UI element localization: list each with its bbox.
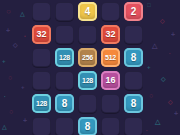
decor-square-icon: □ <box>147 2 151 8</box>
empty-cell-r1c4[interactable] <box>101 2 120 21</box>
decor-plus-icon: + <box>147 64 151 70</box>
tile-16-r4c4[interactable]: 16 <box>101 71 120 90</box>
empty-cell-r6c5[interactable] <box>124 117 143 135</box>
decor-ring-icon: ○ <box>9 108 13 115</box>
empty-cell-r5c3[interactable] <box>78 94 97 113</box>
tile-value: 8 <box>131 53 137 63</box>
decor-plus-icon: + <box>6 27 10 34</box>
empty-cell-r6c2[interactable] <box>55 117 74 135</box>
decor-triangle-icon: △ <box>20 11 25 17</box>
tile-256-r3c3[interactable]: 256 <box>78 48 97 67</box>
tile-128-r5c1[interactable]: 128 <box>32 94 51 113</box>
tile-8-r6c3[interactable]: 8 <box>78 117 97 135</box>
tile-value: 512 <box>105 54 116 61</box>
decor-dot-icon: • <box>169 52 170 56</box>
decor-plus-icon: + <box>174 110 178 117</box>
decor-triangle-icon: △ <box>155 118 160 125</box>
decor-diamond-icon: ◇ <box>161 76 166 82</box>
decor-dot-icon: • <box>24 34 26 39</box>
tile-value: 2 <box>131 7 137 17</box>
decor-triangle-icon: △ <box>152 42 157 49</box>
decor-diamond-icon: ◇ <box>168 99 173 105</box>
empty-cell-r6c4[interactable] <box>101 117 120 135</box>
decor-dot-icon: • <box>146 129 147 133</box>
tile-8-r5c5[interactable]: 8 <box>124 94 143 113</box>
empty-cell-r5c4[interactable] <box>101 94 120 113</box>
tile-value: 32 <box>36 30 46 39</box>
tile-value: 32 <box>105 30 115 39</box>
game-screen: ○△+•◇+○+•○+△□◇+△•+◇○◇+△• 423232128256512… <box>0 0 180 135</box>
tile-32-r2c4[interactable]: 32 <box>101 25 120 44</box>
decor-dot-icon: • <box>4 95 5 99</box>
tile-128-r3c2[interactable]: 128 <box>55 48 74 67</box>
decor-diamond-icon: ◇ <box>13 42 18 48</box>
decor-triangle-icon: △ <box>2 124 7 130</box>
empty-cell-r2c5[interactable] <box>124 25 143 44</box>
tile-value: 16 <box>105 76 115 85</box>
tile-value: 256 <box>82 54 93 61</box>
decor-plus-icon: + <box>21 84 25 90</box>
tile-value: 8 <box>62 99 68 109</box>
tile-4-r1c3[interactable]: 4 <box>78 2 97 21</box>
tile-32-r2c1[interactable]: 32 <box>32 25 51 44</box>
board[interactable]: 423232128256512812816128888 <box>32 2 143 135</box>
tile-value: 4 <box>85 7 91 17</box>
tile-value: 8 <box>85 122 91 132</box>
tile-value: 128 <box>36 100 47 107</box>
empty-cell-r2c2[interactable] <box>55 25 74 44</box>
empty-cell-r6c1[interactable] <box>32 117 51 135</box>
empty-cell-r4c5[interactable] <box>124 71 143 90</box>
decor-plus-icon: + <box>23 117 27 124</box>
empty-cell-r4c2[interactable] <box>55 71 74 90</box>
tile-2-r1c5[interactable]: 2 <box>124 2 143 21</box>
tile-128-r4c3[interactable]: 128 <box>78 71 97 90</box>
empty-cell-r1c2[interactable] <box>55 2 74 21</box>
tile-8-r5c2[interactable]: 8 <box>55 94 74 113</box>
empty-cell-r4c1[interactable] <box>32 71 51 90</box>
decor-ring-icon: ○ <box>149 92 153 99</box>
tile-8-r3c5[interactable]: 8 <box>124 48 143 67</box>
tile-512-r3c4[interactable]: 512 <box>101 48 120 67</box>
tile-value: 128 <box>82 77 93 84</box>
decor-ring-icon: ○ <box>8 74 12 81</box>
decor-plus-icon: + <box>2 58 6 64</box>
empty-cell-r2c3[interactable] <box>78 25 97 44</box>
decor-diamond-icon: ◇ <box>160 18 165 24</box>
empty-cell-r3c1[interactable] <box>32 48 51 67</box>
decor-ring-icon: ○ <box>6 8 11 16</box>
tile-value: 8 <box>131 99 137 109</box>
empty-cell-r1c1[interactable] <box>32 2 51 21</box>
tile-value: 128 <box>59 54 70 61</box>
decor-plus-icon: + <box>171 31 175 38</box>
